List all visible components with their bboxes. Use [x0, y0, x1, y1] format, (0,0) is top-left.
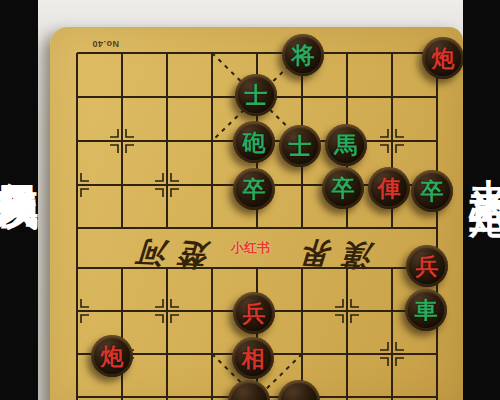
piece-glyph: 馬 [335, 124, 358, 166]
piece-glyph: 相 [242, 337, 265, 379]
piece-glyph: 砲 [243, 121, 266, 163]
piece-e3[interactable]: 砲 [233, 121, 275, 163]
piece-g3[interactable]: 馬 [325, 124, 367, 166]
piece-i7[interactable]: 車 [405, 289, 447, 331]
piece-e2[interactable]: 士 [235, 74, 277, 116]
piece-f3[interactable]: 士 [279, 125, 321, 167]
screenshot-root: No.40 楚河 漢界 将炮士砲士馬卒卒俥卒兵兵車炮相 小红书 象棋残局 夹車炮… [0, 0, 500, 400]
piece-i1[interactable]: 炮 [422, 37, 464, 79]
right-caption: 夹車炮二 [462, 145, 500, 181]
piece-glyph: 兵 [416, 245, 439, 287]
piece-b8[interactable]: 炮 [91, 335, 133, 377]
piece-i6[interactable]: 兵 [406, 245, 448, 287]
piece-glyph: 卒 [421, 170, 444, 212]
piece-e4[interactable]: 卒 [233, 168, 275, 210]
piece-glyph: 卒 [332, 167, 355, 209]
piece-f1[interactable]: 将 [282, 34, 324, 76]
piece-glyph: 炮 [432, 37, 455, 79]
left-caption-bar: 象棋残局 [0, 0, 38, 400]
piece-glyph: 兵 [243, 292, 266, 334]
watermark: 小红书 [231, 239, 270, 257]
piece-glyph: 士 [289, 125, 312, 167]
piece-glyph: 車 [415, 289, 438, 331]
piece-glyph: 卒 [243, 168, 266, 210]
right-caption-bar: 夹車炮二 [463, 0, 500, 400]
piece-e7[interactable]: 兵 [233, 292, 275, 334]
piece-glyph: 将 [292, 34, 315, 76]
piece-e8[interactable]: 相 [232, 337, 274, 379]
piece-glyph: 士 [245, 74, 268, 116]
piece-glyph: 俥 [378, 167, 401, 209]
piece-i4[interactable]: 卒 [411, 170, 453, 212]
piece-glyph: 炮 [101, 335, 124, 377]
piece-h4[interactable]: 俥 [368, 167, 410, 209]
left-caption: 象棋残局 [0, 147, 46, 151]
piece-g4[interactable]: 卒 [322, 167, 364, 209]
